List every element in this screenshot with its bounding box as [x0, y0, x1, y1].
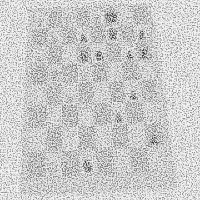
white-pawn-a7: ♙ — [35, 35, 45, 46]
square-d7: ♟ — [76, 26, 91, 44]
square-c2 — [62, 126, 79, 150]
white-knight-c8: ♘ — [63, 13, 75, 26]
square-f1 — [113, 148, 132, 174]
square-f7: ♛ — [105, 25, 121, 43]
square-c6 — [62, 45, 77, 64]
black-queen-f7: ♛ — [106, 27, 120, 43]
black-pawn-g6: ♟ — [124, 49, 134, 60]
white-rook-a8: ♖ — [35, 16, 45, 27]
black-knight-d1: ♞ — [80, 157, 95, 173]
black-king-f8: ♚ — [104, 9, 119, 25]
white-pawn-c7: ♙ — [64, 34, 74, 45]
square-a7: ♙ — [33, 28, 48, 46]
square-f2 — [111, 124, 129, 148]
square-c3 — [62, 104, 78, 127]
square-h3 — [141, 101, 160, 124]
white-bishop-d5: ♗ — [78, 68, 91, 82]
black-rook-h6: ♜ — [139, 48, 150, 60]
square-g5 — [122, 61, 139, 81]
square-d6: ♜ — [77, 44, 92, 63]
square-b5: ♔ — [47, 64, 62, 84]
white-bishop-e8: ♗ — [91, 12, 103, 25]
scene: ♖♘♗♚♙♙♙♟♛♝♙♙♜♞♟♜♕♔♗♙♟♟♟♖♘♞ — [0, 0, 200, 200]
square-c8: ♘ — [62, 10, 76, 27]
square-b7: ♙ — [47, 27, 62, 45]
white-pawn-c4: ♙ — [64, 92, 75, 104]
square-h4 — [139, 80, 157, 102]
square-a6: ♙ — [32, 46, 47, 65]
square-b2 — [45, 127, 62, 151]
square-b6: ♙ — [47, 45, 62, 64]
square-f4 — [108, 81, 125, 103]
black-pawn-h2: ♟ — [149, 133, 160, 145]
black-pawn-d7: ♟ — [79, 33, 89, 44]
white-pawn-a6: ♙ — [34, 53, 44, 64]
black-pawn-g4: ♟ — [128, 89, 139, 101]
square-g2 — [127, 123, 146, 147]
square-h1 — [146, 146, 166, 172]
square-d2 — [78, 125, 95, 149]
square-f5 — [107, 61, 124, 81]
square-b3 — [46, 105, 62, 128]
white-pawn-b7: ♙ — [50, 34, 60, 45]
square-b8 — [48, 11, 62, 28]
square-c4: ♙ — [62, 83, 78, 105]
white-rook-a1: ♖ — [29, 162, 42, 176]
square-e6: ♞ — [91, 43, 107, 62]
square-d8 — [76, 9, 91, 26]
square-e3 — [94, 103, 111, 126]
square-d3 — [78, 103, 95, 126]
square-d4 — [77, 82, 93, 104]
square-c7: ♙ — [62, 27, 77, 45]
square-h6: ♜ — [135, 41, 152, 60]
square-a8: ♖ — [34, 11, 49, 28]
black-rook-d6: ♜ — [79, 50, 90, 62]
black-bishop-h7: ♝ — [136, 27, 148, 41]
square-b4 — [46, 84, 62, 106]
black-pawn-f3: ♟ — [113, 112, 124, 124]
square-h2: ♟ — [144, 123, 163, 147]
square-h7: ♝ — [133, 24, 149, 42]
square-f3: ♟ — [110, 102, 128, 125]
square-a3 — [29, 105, 46, 128]
square-c5 — [62, 63, 77, 83]
board-grid: ♖♘♗♚♙♙♙♟♛♝♙♙♜♞♟♜♕♔♗♙♟♟♟♖♘♞ — [27, 7, 166, 177]
photo-of-chessboard: ♖♘♗♚♙♙♙♟♛♝♙♙♜♞♟♜♕♔♗♙♟♟♟♖♘♞ — [0, 0, 200, 200]
square-a1: ♖ — [27, 151, 45, 177]
chessboard: ♖♘♗♚♙♙♙♟♛♝♙♙♜♞♟♜♕♔♗♙♟♟♟♖♘♞ — [21, 4, 174, 192]
black-knight-e6: ♞ — [93, 48, 106, 62]
square-e2 — [95, 125, 113, 149]
square-e8: ♗ — [90, 9, 105, 26]
white-queen-a5: ♕ — [31, 68, 46, 85]
square-a2 — [28, 128, 45, 152]
white-knight-b1: ♘ — [46, 159, 61, 175]
square-e1 — [96, 148, 114, 174]
square-b1: ♘ — [45, 151, 62, 177]
square-f6 — [106, 43, 122, 62]
square-h5 — [137, 60, 155, 80]
square-d5: ♗ — [77, 63, 93, 83]
square-f8: ♚ — [103, 8, 118, 25]
square-h8 — [131, 7, 147, 24]
square-e5 — [92, 62, 108, 82]
square-a5: ♕ — [31, 65, 47, 85]
board-bottom-marks — [42, 178, 152, 187]
square-a4 — [30, 84, 46, 106]
square-c1 — [62, 150, 79, 176]
white-king-b5: ♔ — [46, 66, 62, 84]
square-d1: ♞ — [79, 149, 97, 175]
square-e7 — [90, 26, 105, 44]
white-pawn-b6: ♙ — [49, 53, 59, 64]
square-e4 — [93, 82, 110, 104]
